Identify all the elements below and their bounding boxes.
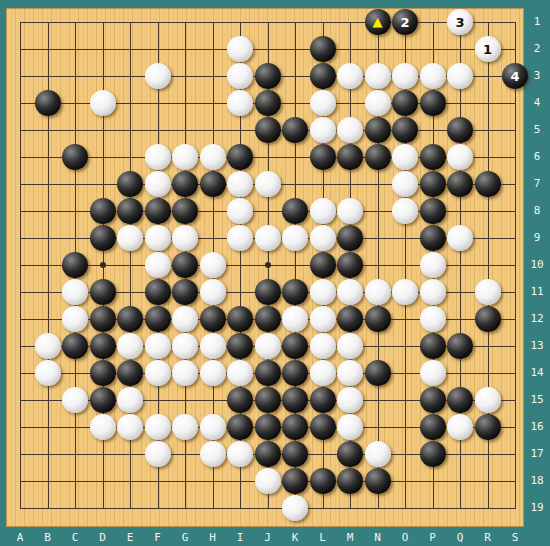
white-stone	[310, 225, 336, 251]
white-stone	[172, 360, 198, 386]
black-stone	[310, 468, 336, 494]
black-stone	[365, 144, 391, 170]
white-stone	[172, 306, 198, 332]
white-stone	[90, 90, 116, 116]
white-stone	[392, 63, 418, 89]
black-stone	[35, 90, 61, 116]
row-label: 10	[524, 258, 550, 271]
black-stone	[227, 387, 253, 413]
black-stone	[282, 468, 308, 494]
white-stone	[365, 63, 391, 89]
white-stone	[145, 144, 171, 170]
white-stone	[447, 414, 473, 440]
black-stone	[117, 198, 143, 224]
white-stone	[310, 279, 336, 305]
black-stone	[337, 252, 363, 278]
black-stone	[420, 171, 446, 197]
white-stone	[282, 495, 308, 521]
black-stone	[475, 306, 501, 332]
column-label: A	[11, 531, 29, 544]
column-label: C	[66, 531, 84, 544]
black-stone	[365, 117, 391, 143]
white-stone	[117, 225, 143, 251]
white-stone	[62, 306, 88, 332]
black-stone	[200, 171, 226, 197]
black-stone	[420, 333, 446, 359]
black-stone	[90, 333, 116, 359]
black-stone	[227, 333, 253, 359]
white-stone	[310, 198, 336, 224]
black-stone	[90, 306, 116, 332]
black-stone	[447, 117, 473, 143]
black-stone	[310, 414, 336, 440]
black-stone	[310, 144, 336, 170]
black-stone	[282, 333, 308, 359]
row-label: 19	[524, 501, 550, 514]
column-label: M	[341, 531, 359, 544]
black-stone	[145, 198, 171, 224]
white-stone	[365, 90, 391, 116]
column-label: N	[369, 531, 387, 544]
move-number-label: 3	[455, 16, 464, 29]
white-stone: 1	[475, 36, 501, 62]
black-stone	[282, 387, 308, 413]
white-stone	[475, 279, 501, 305]
black-stone	[62, 333, 88, 359]
row-label: 2	[524, 42, 550, 55]
white-stone	[282, 306, 308, 332]
white-stone	[200, 279, 226, 305]
black-stone	[172, 279, 198, 305]
row-label: 4	[524, 96, 550, 109]
white-stone	[227, 171, 253, 197]
white-stone	[145, 252, 171, 278]
white-stone	[172, 225, 198, 251]
white-stone	[227, 90, 253, 116]
row-label: 16	[524, 420, 550, 433]
white-stone	[200, 144, 226, 170]
white-stone	[310, 90, 336, 116]
column-label: O	[396, 531, 414, 544]
column-label: F	[149, 531, 167, 544]
black-stone	[117, 306, 143, 332]
black-stone	[172, 252, 198, 278]
black-stone	[365, 360, 391, 386]
move-number-label: 4	[510, 70, 519, 83]
black-stone	[255, 63, 281, 89]
column-label: S	[506, 531, 524, 544]
white-stone	[392, 171, 418, 197]
white-stone	[337, 279, 363, 305]
black-stone: ▲	[365, 9, 391, 35]
black-stone	[447, 387, 473, 413]
black-stone	[90, 387, 116, 413]
black-stone	[420, 225, 446, 251]
white-stone	[420, 306, 446, 332]
white-stone	[420, 63, 446, 89]
column-label: G	[176, 531, 194, 544]
white-stone	[337, 117, 363, 143]
black-stone	[282, 279, 308, 305]
white-stone	[145, 63, 171, 89]
white-stone	[200, 252, 226, 278]
grid-line-horizontal	[20, 508, 516, 509]
black-stone	[255, 306, 281, 332]
black-stone	[310, 63, 336, 89]
white-stone	[447, 144, 473, 170]
column-label: J	[259, 531, 277, 544]
column-label: I	[231, 531, 249, 544]
white-stone	[200, 441, 226, 467]
white-stone	[90, 414, 116, 440]
grid-line-horizontal	[20, 22, 516, 23]
black-stone	[145, 279, 171, 305]
black-stone	[420, 441, 446, 467]
row-label: 9	[524, 231, 550, 244]
move-number-label: 2	[400, 16, 409, 29]
white-stone	[310, 117, 336, 143]
white-stone	[200, 333, 226, 359]
row-label: 7	[524, 177, 550, 190]
column-label: P	[424, 531, 442, 544]
column-label: Q	[451, 531, 469, 544]
white-stone	[62, 387, 88, 413]
white-stone	[172, 414, 198, 440]
black-stone	[255, 117, 281, 143]
white-stone	[392, 144, 418, 170]
black-stone	[90, 360, 116, 386]
column-label: L	[314, 531, 332, 544]
black-stone	[337, 225, 363, 251]
white-stone: 3	[447, 9, 473, 35]
white-stone	[35, 360, 61, 386]
row-label: 12	[524, 312, 550, 325]
white-stone	[337, 387, 363, 413]
row-label: 11	[524, 285, 550, 298]
black-stone	[172, 198, 198, 224]
white-stone	[420, 279, 446, 305]
black-stone	[420, 387, 446, 413]
black-stone	[255, 387, 281, 413]
black-stone	[90, 225, 116, 251]
black-stone	[447, 171, 473, 197]
white-stone	[227, 225, 253, 251]
triangle-marker: ▲	[373, 15, 383, 28]
row-label: 18	[524, 474, 550, 487]
white-stone	[227, 441, 253, 467]
white-stone	[447, 63, 473, 89]
white-stone	[35, 333, 61, 359]
black-stone	[282, 414, 308, 440]
black-stone	[310, 387, 336, 413]
white-stone	[255, 225, 281, 251]
white-stone	[117, 414, 143, 440]
black-stone	[117, 171, 143, 197]
row-label: 17	[524, 447, 550, 460]
white-stone	[145, 360, 171, 386]
black-stone	[227, 144, 253, 170]
black-stone	[227, 414, 253, 440]
black-stone: 2	[392, 9, 418, 35]
white-stone	[227, 198, 253, 224]
black-stone	[392, 90, 418, 116]
black-stone	[310, 252, 336, 278]
black-stone	[62, 144, 88, 170]
black-stone	[475, 171, 501, 197]
black-stone	[337, 468, 363, 494]
black-stone	[117, 360, 143, 386]
black-stone	[310, 36, 336, 62]
white-stone	[117, 387, 143, 413]
black-stone	[365, 306, 391, 332]
black-stone	[420, 90, 446, 116]
column-label: R	[479, 531, 497, 544]
black-stone	[282, 117, 308, 143]
white-stone	[420, 252, 446, 278]
black-stone	[282, 198, 308, 224]
white-stone	[227, 36, 253, 62]
row-label: 3	[524, 69, 550, 82]
black-stone	[255, 414, 281, 440]
column-label: H	[204, 531, 222, 544]
white-stone	[255, 333, 281, 359]
black-stone	[255, 441, 281, 467]
black-stone	[90, 198, 116, 224]
white-stone	[172, 333, 198, 359]
black-stone	[145, 306, 171, 332]
grid-line-horizontal	[20, 49, 516, 50]
column-label: E	[121, 531, 139, 544]
black-stone	[172, 171, 198, 197]
black-stone	[420, 144, 446, 170]
black-stone	[282, 360, 308, 386]
white-stone	[392, 279, 418, 305]
black-stone	[420, 198, 446, 224]
black-stone	[282, 441, 308, 467]
white-stone	[365, 441, 391, 467]
white-stone	[227, 63, 253, 89]
white-stone	[420, 360, 446, 386]
black-stone	[337, 306, 363, 332]
black-stone	[337, 144, 363, 170]
row-label: 6	[524, 150, 550, 163]
white-stone	[255, 171, 281, 197]
white-stone	[172, 144, 198, 170]
black-stone	[447, 333, 473, 359]
black-stone	[255, 90, 281, 116]
white-stone	[145, 414, 171, 440]
white-stone	[145, 225, 171, 251]
row-label: 13	[524, 339, 550, 352]
white-stone	[145, 441, 171, 467]
white-stone	[447, 225, 473, 251]
column-label: K	[286, 531, 304, 544]
black-stone	[255, 360, 281, 386]
black-stone	[365, 468, 391, 494]
white-stone	[392, 198, 418, 224]
row-label: 8	[524, 204, 550, 217]
white-stone	[475, 387, 501, 413]
white-stone	[365, 279, 391, 305]
white-stone	[145, 333, 171, 359]
white-stone	[337, 63, 363, 89]
black-stone	[255, 279, 281, 305]
black-stone	[200, 306, 226, 332]
white-stone	[310, 306, 336, 332]
row-label: 15	[524, 393, 550, 406]
star-point	[265, 262, 271, 268]
black-stone	[392, 117, 418, 143]
white-stone	[282, 225, 308, 251]
white-stone	[62, 279, 88, 305]
star-point	[100, 262, 106, 268]
white-stone	[337, 414, 363, 440]
white-stone	[145, 171, 171, 197]
white-stone	[310, 360, 336, 386]
row-label: 5	[524, 123, 550, 136]
row-label: 1	[524, 15, 550, 28]
white-stone	[200, 414, 226, 440]
black-stone	[475, 414, 501, 440]
white-stone	[337, 360, 363, 386]
go-board[interactable]: ▲2314	[6, 8, 524, 527]
black-stone	[420, 414, 446, 440]
black-stone	[62, 252, 88, 278]
go-app-window: ▲2314 12345678910111213141516171819 ABCD…	[0, 0, 550, 546]
white-stone	[310, 333, 336, 359]
white-stone	[117, 333, 143, 359]
row-label: 14	[524, 366, 550, 379]
white-stone	[337, 333, 363, 359]
move-number-label: 1	[483, 43, 492, 56]
white-stone	[255, 468, 281, 494]
column-label: B	[39, 531, 57, 544]
white-stone	[227, 360, 253, 386]
white-stone	[337, 198, 363, 224]
column-label: D	[94, 531, 112, 544]
white-stone	[200, 360, 226, 386]
black-stone	[90, 279, 116, 305]
black-stone	[337, 441, 363, 467]
black-stone	[227, 306, 253, 332]
